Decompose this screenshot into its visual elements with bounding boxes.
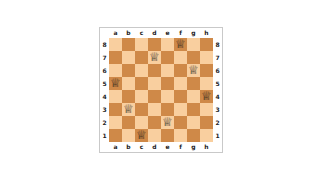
square-g3[interactable] <box>187 103 200 116</box>
file-label-bottom-c: c <box>135 142 148 152</box>
square-f4[interactable] <box>174 90 187 103</box>
square-b7[interactable] <box>122 51 135 64</box>
square-d5[interactable] <box>148 77 161 90</box>
file-label-bottom-e: e <box>161 142 174 152</box>
square-e8[interactable] <box>161 38 174 51</box>
file-label-top-c: c <box>135 28 148 38</box>
square-h4[interactable]: ♕ <box>200 90 213 103</box>
white-queen[interactable]: ♕ <box>149 51 160 64</box>
rank-label-right-1: 1 <box>213 129 222 142</box>
white-queen[interactable]: ♕ <box>123 103 134 116</box>
square-h6[interactable] <box>200 64 213 77</box>
file-label-bottom-a: a <box>109 142 122 152</box>
rank-label-left-7: 7 <box>100 51 109 64</box>
square-g5[interactable] <box>187 77 200 90</box>
square-c3[interactable] <box>135 103 148 116</box>
square-a3[interactable] <box>109 103 122 116</box>
square-d2[interactable] <box>148 116 161 129</box>
square-d7[interactable]: ♕ <box>148 51 161 64</box>
square-b3[interactable]: ♕ <box>122 103 135 116</box>
square-h8[interactable] <box>200 38 213 51</box>
square-a7[interactable] <box>109 51 122 64</box>
file-label-top-h: h <box>200 28 213 38</box>
file-label-top-e: e <box>161 28 174 38</box>
rank-label-left-2: 2 <box>100 116 109 129</box>
square-f8[interactable]: ♕ <box>174 38 187 51</box>
square-f1[interactable] <box>174 129 187 142</box>
square-c4[interactable] <box>135 90 148 103</box>
file-label-bottom-f: f <box>174 142 187 152</box>
square-e2[interactable]: ♕ <box>161 116 174 129</box>
frame-corner-top-left <box>100 28 109 38</box>
rank-label-right-7: 7 <box>213 51 222 64</box>
frame-corner-top-right <box>213 28 222 38</box>
file-label-bottom-g: g <box>187 142 200 152</box>
rank-label-right-6: 6 <box>213 64 222 77</box>
square-e7[interactable] <box>161 51 174 64</box>
frame-corner-bottom-left <box>100 142 109 152</box>
square-c5[interactable] <box>135 77 148 90</box>
square-g1[interactable] <box>187 129 200 142</box>
square-f7[interactable] <box>174 51 187 64</box>
square-f2[interactable] <box>174 116 187 129</box>
square-g4[interactable] <box>187 90 200 103</box>
square-f6[interactable] <box>174 64 187 77</box>
square-b8[interactable] <box>122 38 135 51</box>
square-g8[interactable] <box>187 38 200 51</box>
rank-label-left-3: 3 <box>100 103 109 116</box>
rank-label-left-6: 6 <box>100 64 109 77</box>
square-h1[interactable] <box>200 129 213 142</box>
page-background: abcdefgh8♕87♕76♕65♕54♕43♕32♕21♕1abcdefgh <box>0 0 320 180</box>
rank-label-right-3: 3 <box>213 103 222 116</box>
rank-label-left-8: 8 <box>100 38 109 51</box>
square-h2[interactable] <box>200 116 213 129</box>
file-label-top-g: g <box>187 28 200 38</box>
square-g2[interactable] <box>187 116 200 129</box>
file-label-bottom-d: d <box>148 142 161 152</box>
white-queen[interactable]: ♕ <box>162 116 173 129</box>
white-queen[interactable]: ♕ <box>110 77 121 90</box>
rank-label-right-5: 5 <box>213 77 222 90</box>
square-a5[interactable]: ♕ <box>109 77 122 90</box>
square-d3[interactable] <box>148 103 161 116</box>
square-b5[interactable] <box>122 77 135 90</box>
square-d6[interactable] <box>148 64 161 77</box>
rank-label-right-8: 8 <box>213 38 222 51</box>
square-c8[interactable] <box>135 38 148 51</box>
square-f3[interactable] <box>174 103 187 116</box>
file-label-top-d: d <box>148 28 161 38</box>
square-c7[interactable] <box>135 51 148 64</box>
square-b2[interactable] <box>122 116 135 129</box>
square-c6[interactable] <box>135 64 148 77</box>
rank-label-right-2: 2 <box>213 116 222 129</box>
square-e5[interactable] <box>161 77 174 90</box>
chess-board: abcdefgh8♕87♕76♕65♕54♕43♕32♕21♕1abcdefgh <box>99 27 223 153</box>
file-label-top-a: a <box>109 28 122 38</box>
square-b6[interactable] <box>122 64 135 77</box>
rank-label-left-4: 4 <box>100 90 109 103</box>
square-h7[interactable] <box>200 51 213 64</box>
square-f5[interactable] <box>174 77 187 90</box>
square-e4[interactable] <box>161 90 174 103</box>
square-g6[interactable]: ♕ <box>187 64 200 77</box>
white-queen[interactable]: ♕ <box>175 38 186 51</box>
square-d1[interactable] <box>148 129 161 142</box>
white-queen[interactable]: ♕ <box>201 90 212 103</box>
file-label-top-b: b <box>122 28 135 38</box>
white-queen[interactable]: ♕ <box>188 64 199 77</box>
file-label-bottom-h: h <box>200 142 213 152</box>
square-a8[interactable] <box>109 38 122 51</box>
square-c1[interactable]: ♕ <box>135 129 148 142</box>
square-a4[interactable] <box>109 90 122 103</box>
white-queen[interactable]: ♕ <box>136 129 147 142</box>
file-label-bottom-b: b <box>122 142 135 152</box>
frame-corner-bottom-right <box>213 142 222 152</box>
rank-label-left-1: 1 <box>100 129 109 142</box>
square-h3[interactable] <box>200 103 213 116</box>
square-d4[interactable] <box>148 90 161 103</box>
square-a2[interactable] <box>109 116 122 129</box>
square-b1[interactable] <box>122 129 135 142</box>
square-e1[interactable] <box>161 129 174 142</box>
square-e6[interactable] <box>161 64 174 77</box>
rank-label-right-4: 4 <box>213 90 222 103</box>
square-a1[interactable] <box>109 129 122 142</box>
rank-label-left-5: 5 <box>100 77 109 90</box>
